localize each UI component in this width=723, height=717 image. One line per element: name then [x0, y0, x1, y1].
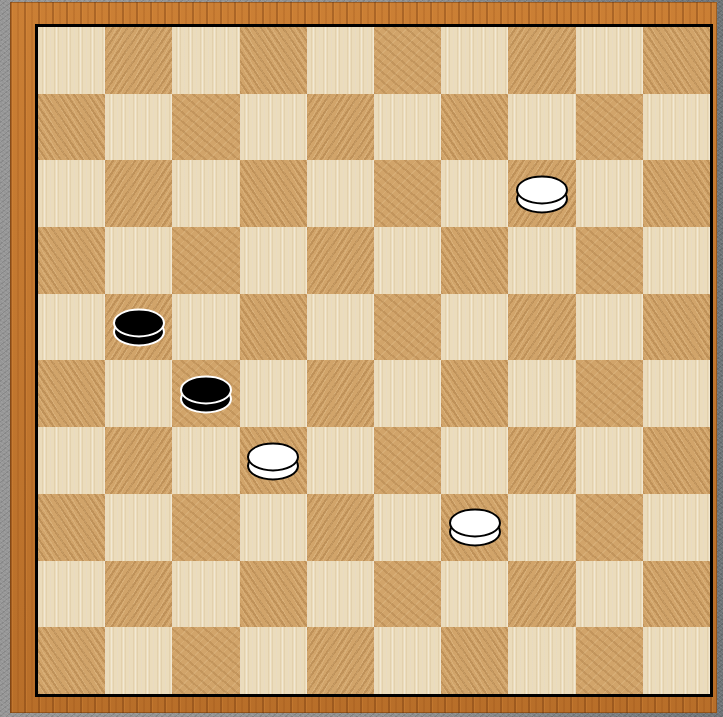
- board-square-light: [643, 227, 710, 294]
- board-square-light: [374, 494, 441, 561]
- board-square-light: [441, 160, 508, 227]
- board-square-light: [508, 494, 575, 561]
- board-square-6[interactable]: [38, 94, 105, 161]
- board-square-light: [240, 360, 307, 427]
- white-man[interactable]: [449, 509, 501, 547]
- board-square-light: [38, 427, 105, 494]
- board-square-light: [172, 160, 239, 227]
- board-square-light: [105, 227, 172, 294]
- board-square-27[interactable]: [172, 360, 239, 427]
- board-square-24[interactable]: [508, 294, 575, 361]
- board-square-40[interactable]: [576, 494, 643, 561]
- board-square-light: [643, 494, 710, 561]
- board-square-38[interactable]: [307, 494, 374, 561]
- board-square-49[interactable]: [441, 627, 508, 694]
- board-square-7[interactable]: [172, 94, 239, 161]
- board-square-light: [576, 561, 643, 628]
- board-square-light: [240, 227, 307, 294]
- board-square-36[interactable]: [38, 494, 105, 561]
- board-square-14[interactable]: [508, 160, 575, 227]
- board-square-light: [240, 494, 307, 561]
- board-square-37[interactable]: [172, 494, 239, 561]
- board-square-light: [374, 360, 441, 427]
- board-square-23[interactable]: [374, 294, 441, 361]
- board-square-9[interactable]: [441, 94, 508, 161]
- board-square-light: [643, 94, 710, 161]
- board-square-45[interactable]: [643, 561, 710, 628]
- board-square-light: [38, 561, 105, 628]
- board-square-light: [240, 627, 307, 694]
- checker-top: [113, 309, 165, 338]
- board-square-light: [643, 360, 710, 427]
- board-square-light: [172, 27, 239, 94]
- board-square-light: [38, 294, 105, 361]
- board-square-light: [441, 561, 508, 628]
- board-square-50[interactable]: [576, 627, 643, 694]
- board-square-light: [441, 27, 508, 94]
- board-square-light: [172, 561, 239, 628]
- board-square-light: [508, 627, 575, 694]
- board-square-light: [576, 160, 643, 227]
- board-square-light: [38, 160, 105, 227]
- board-square-light: [307, 427, 374, 494]
- board-square-47[interactable]: [172, 627, 239, 694]
- board-square-light: [374, 627, 441, 694]
- board-square-light: [441, 427, 508, 494]
- checker-top: [516, 175, 568, 204]
- board-square-13[interactable]: [374, 160, 441, 227]
- board-square-8[interactable]: [307, 94, 374, 161]
- board-square-43[interactable]: [374, 561, 441, 628]
- board-square-light: [374, 227, 441, 294]
- white-man[interactable]: [516, 175, 568, 213]
- white-man[interactable]: [247, 442, 299, 480]
- board-square-42[interactable]: [240, 561, 307, 628]
- board-square-4[interactable]: [508, 27, 575, 94]
- board-square-light: [576, 294, 643, 361]
- board-square-light: [508, 94, 575, 161]
- desktop-background: [0, 0, 723, 717]
- board-square-light: [307, 561, 374, 628]
- board-square-light: [172, 427, 239, 494]
- board-square-light: [508, 360, 575, 427]
- board-square-light: [374, 94, 441, 161]
- board-square-light: [307, 160, 374, 227]
- board-square-15[interactable]: [643, 160, 710, 227]
- board-square-46[interactable]: [38, 627, 105, 694]
- board-square-light: [105, 494, 172, 561]
- board-square-light: [307, 294, 374, 361]
- board-square-30[interactable]: [576, 360, 643, 427]
- board-square-20[interactable]: [576, 227, 643, 294]
- draughts-board: [35, 24, 713, 697]
- board-square-light: [576, 427, 643, 494]
- board-square-29[interactable]: [441, 360, 508, 427]
- board-square-light: [643, 627, 710, 694]
- board-square-33[interactable]: [374, 427, 441, 494]
- board-frame: [10, 2, 717, 713]
- board-square-light: [172, 294, 239, 361]
- board-square-22[interactable]: [240, 294, 307, 361]
- board-square-39[interactable]: [441, 494, 508, 561]
- board-square-light: [508, 227, 575, 294]
- board-square-35[interactable]: [643, 427, 710, 494]
- board-square-5[interactable]: [643, 27, 710, 94]
- board-square-41[interactable]: [105, 561, 172, 628]
- board-square-light: [38, 27, 105, 94]
- black-man[interactable]: [180, 375, 232, 413]
- board-square-2[interactable]: [240, 27, 307, 94]
- checker-top: [449, 509, 501, 538]
- board-square-21[interactable]: [105, 294, 172, 361]
- black-man[interactable]: [113, 309, 165, 347]
- board-square-28[interactable]: [307, 360, 374, 427]
- board-square-light: [576, 27, 643, 94]
- board-square-18[interactable]: [307, 227, 374, 294]
- board-square-32[interactable]: [240, 427, 307, 494]
- board-square-16[interactable]: [38, 227, 105, 294]
- board-square-48[interactable]: [307, 627, 374, 694]
- board-square-17[interactable]: [172, 227, 239, 294]
- board-square-12[interactable]: [240, 160, 307, 227]
- board-square-light: [105, 94, 172, 161]
- checker-top: [247, 442, 299, 471]
- board-grid: [38, 27, 710, 694]
- board-square-light: [307, 27, 374, 94]
- board-square-light: [105, 627, 172, 694]
- board-square-25[interactable]: [643, 294, 710, 361]
- board-square-10[interactable]: [576, 94, 643, 161]
- board-square-26[interactable]: [38, 360, 105, 427]
- board-square-3[interactable]: [374, 27, 441, 94]
- board-square-31[interactable]: [105, 427, 172, 494]
- board-square-light: [441, 294, 508, 361]
- board-square-44[interactable]: [508, 561, 575, 628]
- board-square-34[interactable]: [508, 427, 575, 494]
- board-square-light: [105, 360, 172, 427]
- board-square-11[interactable]: [105, 160, 172, 227]
- checker-top: [180, 375, 232, 404]
- board-square-light: [240, 94, 307, 161]
- board-square-1[interactable]: [105, 27, 172, 94]
- board-square-19[interactable]: [441, 227, 508, 294]
